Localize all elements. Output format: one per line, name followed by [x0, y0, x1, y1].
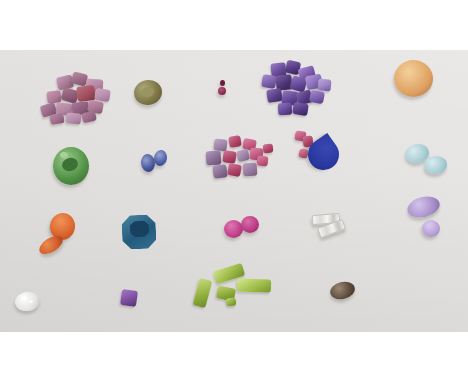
gem-ruby-crystal-pile — [206, 150, 222, 165]
gem-peridot-crystals — [237, 278, 271, 292]
gem-ruby-rough-pile — [49, 113, 64, 125]
gem-ruby-crystal-pile — [228, 135, 242, 148]
gem-ruby-crystal-pile — [263, 144, 274, 154]
gem-ruby-crystal-pile — [256, 155, 268, 166]
gem-lavender-amethyst-cabochons — [405, 193, 442, 221]
gem-blue-sapphire-pair — [153, 149, 169, 167]
gem-peridot-crystals — [226, 298, 237, 307]
gem-layer — [0, 0, 468, 382]
gem-white-moonstone — [29, 300, 33, 303]
gem-ruby-rough-pile — [94, 88, 111, 102]
gem-garnet — [218, 87, 226, 95]
gem-white-moonstone — [14, 290, 41, 312]
gem-amethyst-pile — [309, 90, 325, 104]
gem-ruby-crystal-pile — [236, 149, 250, 162]
gem-ruby-crystal-pile — [212, 164, 227, 179]
gem-amethyst-pile — [278, 103, 293, 116]
gem-peach-moonstone-cabochon — [394, 60, 433, 97]
gem-garnet — [220, 80, 225, 86]
gem-small-amethyst — [120, 289, 138, 307]
gem-green-jade-cabochon — [60, 152, 68, 158]
gem-amethyst-pile — [317, 78, 331, 91]
gem-blue-topaz-emerald-cut — [130, 221, 150, 238]
gem-peridot-crystals — [193, 278, 213, 308]
gem-pink-ruby-pair — [241, 216, 259, 233]
gem-ruby-rough-pile — [66, 112, 82, 124]
gem-ruby-rough-pile — [81, 111, 97, 124]
gem-ruby-crystal-pile — [227, 163, 242, 177]
gem-amethyst-pile — [292, 102, 309, 116]
gem-white-moonstone — [21, 296, 26, 300]
gem-brown-star-sapphire-cabochon — [328, 279, 356, 302]
gem-ruby-crystal-pile — [243, 163, 258, 177]
gem-amethyst-pile — [266, 88, 283, 103]
gem-amethyst-pile — [261, 74, 277, 89]
gem-ruby-crystal-pile — [222, 150, 237, 164]
gem-lavender-amethyst-cabochons — [421, 219, 440, 238]
page — [0, 0, 468, 382]
